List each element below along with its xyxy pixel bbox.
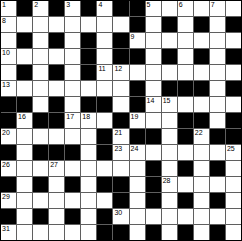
cell-r6-c13[interactable]: [210, 97, 225, 112]
black-cell-r8-c13: [210, 129, 225, 144]
clue-number-17: 17: [66, 113, 74, 121]
cell-r7-c6[interactable]: [97, 113, 112, 128]
black-cell-r14-c13: [210, 225, 225, 240]
cell-r11-c3[interactable]: [49, 177, 64, 192]
cell-r2-c6[interactable]: [97, 33, 112, 48]
cell-r3-c4[interactable]: [65, 49, 80, 64]
cell-r3-c3[interactable]: [49, 49, 64, 64]
black-cell-r9-c0: [1, 145, 16, 160]
cell-r0-c6[interactable]: 4: [97, 1, 112, 16]
cell-r2-c0[interactable]: [1, 33, 16, 48]
cell-r1-c7[interactable]: [113, 17, 128, 32]
black-cell-r7-c11: [178, 113, 193, 128]
black-cell-r12-c7: [113, 193, 128, 208]
cell-r2-c2[interactable]: [33, 33, 48, 48]
cell-r3-c6[interactable]: [97, 49, 112, 64]
cell-r10-c12[interactable]: [194, 161, 209, 176]
black-cell-r2-c7: [113, 33, 128, 48]
black-cell-r6-c5: [81, 97, 96, 112]
cell-r14-c14[interactable]: [226, 225, 241, 240]
cell-r9-c14[interactable]: 25: [226, 145, 241, 160]
cell-r5-c13[interactable]: [210, 81, 225, 96]
cell-r9-c5[interactable]: [81, 145, 96, 160]
cell-r8-c3[interactable]: [49, 129, 64, 144]
clue-number-6: 6: [179, 1, 183, 9]
cell-r9-c12[interactable]: [194, 145, 209, 160]
cell-r14-c1[interactable]: [17, 225, 32, 240]
cell-r13-c7[interactable]: 30: [113, 209, 128, 224]
cell-r6-c9[interactable]: 14: [146, 97, 161, 112]
cell-r12-c12[interactable]: [194, 193, 209, 208]
cell-r6-c10[interactable]: 15: [162, 97, 177, 112]
black-cell-r13-c0: [1, 209, 16, 224]
cell-r13-c1[interactable]: [17, 209, 32, 224]
cell-r12-c1[interactable]: [17, 193, 32, 208]
cell-r9-c13[interactable]: [210, 145, 225, 160]
cell-r4-c11[interactable]: [178, 65, 193, 80]
clue-number-3: 3: [66, 1, 70, 9]
cell-r13-c14[interactable]: [226, 209, 241, 224]
clue-number-16: 16: [18, 113, 26, 121]
black-cell-r5-c10: [162, 81, 177, 96]
cell-r8-c12[interactable]: 22: [194, 129, 209, 144]
clue-number-19: 19: [131, 113, 139, 121]
black-cell-r10-c13: [210, 161, 225, 176]
black-cell-r3-c7: [113, 49, 128, 64]
clue-number-25: 25: [227, 145, 235, 153]
black-cell-r14-c6: [97, 225, 112, 240]
black-cell-r13-c4: [65, 209, 80, 224]
cell-r9-c9[interactable]: [146, 145, 161, 160]
black-cell-r9-c6: [97, 145, 112, 160]
cell-r9-c8[interactable]: 24: [130, 145, 145, 160]
clue-number-24: 24: [131, 145, 139, 153]
cell-r12-c6[interactable]: [97, 193, 112, 208]
cell-r1-c6[interactable]: [97, 17, 112, 32]
cell-r11-c11[interactable]: [178, 177, 193, 192]
cell-r14-c10[interactable]: [162, 225, 177, 240]
black-cell-r5-c11: [178, 81, 193, 96]
black-cell-r8-c6: [97, 129, 112, 144]
cell-r8-c0[interactable]: 20: [1, 129, 16, 144]
black-cell-r5-c8: [130, 81, 145, 96]
black-cell-r7-c3: [49, 113, 64, 128]
black-cell-r2-c5: [81, 33, 96, 48]
cell-r7-c5[interactable]: 18: [81, 113, 96, 128]
cell-r13-c8[interactable]: [130, 209, 145, 224]
cell-r14-c0[interactable]: 31: [1, 225, 16, 240]
cell-r13-c10[interactable]: [162, 209, 177, 224]
black-cell-r3-c5: [81, 49, 96, 64]
black-cell-r0-c5: [81, 1, 96, 16]
clue-number-22: 22: [195, 129, 203, 137]
clue-number-12: 12: [114, 65, 122, 73]
black-cell-r11-c2: [33, 177, 48, 192]
cell-r1-c13[interactable]: [210, 17, 225, 32]
cell-r13-c12[interactable]: [194, 209, 209, 224]
cell-r9-c1[interactable]: [17, 145, 32, 160]
cell-r2-c14[interactable]: [226, 33, 241, 48]
black-cell-r11-c6: [97, 177, 112, 192]
cell-r0-c10[interactable]: [162, 1, 177, 16]
cell-r4-c7[interactable]: 12: [113, 65, 128, 80]
black-cell-r0-c7: [113, 1, 128, 16]
black-cell-r4-c3: [49, 65, 64, 80]
cell-r11-c5[interactable]: [81, 177, 96, 192]
cell-r13-c11[interactable]: [178, 209, 193, 224]
black-cell-r4-c5: [81, 65, 96, 80]
clue-number-20: 20: [2, 129, 10, 137]
cell-r11-c10[interactable]: 28: [162, 177, 177, 192]
cell-r0-c9[interactable]: 5: [146, 1, 161, 16]
cell-r4-c2[interactable]: [33, 65, 48, 80]
clue-number-28: 28: [163, 177, 171, 185]
cell-r2-c13[interactable]: [210, 33, 225, 48]
black-cell-r0-c1: [17, 1, 32, 16]
black-cell-r12-c13: [210, 193, 225, 208]
black-cell-r9-c4: [65, 145, 80, 160]
cell-r8-c7[interactable]: 21: [113, 129, 128, 144]
black-cell-r8-c8: [130, 129, 145, 144]
cell-r6-c12[interactable]: [194, 97, 209, 112]
black-cell-r14-c11: [178, 225, 193, 240]
cell-r11-c13[interactable]: [210, 177, 225, 192]
clue-number-23: 23: [114, 145, 122, 153]
black-cell-r8-c9: [146, 129, 161, 144]
cell-r10-c3[interactable]: 27: [49, 161, 64, 176]
black-cell-r6-c6: [97, 97, 112, 112]
cell-r13-c13[interactable]: [210, 209, 225, 224]
clue-number-7: 7: [211, 1, 215, 9]
cell-r5-c6[interactable]: [97, 81, 112, 96]
black-cell-r0-c8: [130, 1, 145, 16]
cell-r5-c7[interactable]: [113, 81, 128, 96]
black-cell-r4-c1: [17, 65, 32, 80]
cell-r8-c1[interactable]: [17, 129, 32, 144]
cell-r3-c11[interactable]: [178, 49, 193, 64]
black-cell-r10-c11: [178, 161, 193, 176]
black-cell-r7-c12: [194, 113, 209, 128]
cell-r8-c10[interactable]: [162, 129, 177, 144]
clue-number-21: 21: [114, 129, 122, 137]
cell-r3-c1[interactable]: [17, 49, 32, 64]
cell-r4-c12[interactable]: [194, 65, 209, 80]
black-cell-r11-c4: [65, 177, 80, 192]
clue-number-10: 10: [2, 49, 10, 57]
cell-r9-c11[interactable]: [178, 145, 193, 160]
cell-r1-c9[interactable]: [146, 17, 161, 32]
black-cell-r1-c10: [162, 17, 177, 32]
cell-r14-c5[interactable]: [81, 225, 96, 240]
cell-r1-c11[interactable]: [178, 17, 193, 32]
cell-r1-c1[interactable]: [17, 17, 32, 32]
cell-r13-c3[interactable]: [49, 209, 64, 224]
cell-r12-c4[interactable]: [65, 193, 80, 208]
cell-r12-c3[interactable]: [49, 193, 64, 208]
cell-r1-c5[interactable]: [81, 17, 96, 32]
cell-r2-c9[interactable]: [146, 33, 161, 48]
clue-number-27: 27: [50, 161, 58, 169]
cell-r10-c0[interactable]: 26: [1, 161, 16, 176]
cell-r6-c2[interactable]: [33, 97, 48, 112]
clue-number-9: 9: [131, 33, 135, 41]
cell-r11-c8[interactable]: [130, 177, 145, 192]
clue-number-13: 13: [2, 81, 10, 89]
black-cell-r0-c3: [49, 1, 64, 16]
clue-number-15: 15: [163, 97, 171, 105]
clue-number-14: 14: [147, 97, 155, 105]
black-cell-r14-c7: [113, 225, 128, 240]
cell-r6-c11[interactable]: [178, 97, 193, 112]
cell-r11-c1[interactable]: [17, 177, 32, 192]
cell-r10-c5[interactable]: [81, 161, 96, 176]
cell-r2-c4[interactable]: [65, 33, 80, 48]
cell-r4-c9[interactable]: [146, 65, 161, 80]
cell-r10-c14[interactable]: [226, 161, 241, 176]
clue-number-2: 2: [34, 1, 38, 9]
cell-r1-c4[interactable]: [65, 17, 80, 32]
black-cell-r11-c9: [146, 177, 161, 192]
cell-r2-c8[interactable]: 9: [130, 33, 145, 48]
cell-r10-c8[interactable]: [130, 161, 145, 176]
cell-r6-c7[interactable]: [113, 97, 128, 112]
cell-r5-c9[interactable]: [146, 81, 161, 96]
black-cell-r7-c14: [226, 113, 241, 128]
black-cell-r6-c3: [49, 97, 64, 112]
cell-r7-c9[interactable]: [146, 113, 161, 128]
cell-r5-c1[interactable]: [17, 81, 32, 96]
cell-r5-c2[interactable]: [33, 81, 48, 96]
black-cell-r8-c14: [226, 129, 241, 144]
cell-r10-c10[interactable]: [162, 161, 177, 176]
cell-r12-c14[interactable]: [226, 193, 241, 208]
black-cell-r8-c11: [178, 129, 193, 144]
cell-r2-c11[interactable]: [178, 33, 193, 48]
cell-r4-c13[interactable]: [210, 65, 225, 80]
cell-r7-c13[interactable]: [210, 113, 225, 128]
cell-r14-c2[interactable]: [33, 225, 48, 240]
cell-r10-c2[interactable]: [33, 161, 48, 176]
cell-r5-c3[interactable]: [49, 81, 64, 96]
black-cell-r2-c1: [17, 33, 32, 48]
cell-r2-c10[interactable]: [162, 33, 177, 48]
clue-number-8: 8: [2, 17, 6, 25]
cell-r3-c0[interactable]: 10: [1, 49, 16, 64]
cell-r12-c5[interactable]: [81, 193, 96, 208]
clue-number-1: 1: [2, 1, 6, 9]
black-cell-r3-c10: [162, 49, 177, 64]
cell-r4-c8[interactable]: [130, 65, 145, 80]
cell-r14-c4[interactable]: [65, 225, 80, 240]
cell-r5-c0[interactable]: 13: [1, 81, 16, 96]
black-cell-r3-c12: [194, 49, 209, 64]
cell-r3-c2[interactable]: [33, 49, 48, 64]
cell-r4-c10[interactable]: [162, 65, 177, 80]
cell-r0-c12[interactable]: [194, 1, 209, 16]
cell-r13-c5[interactable]: [81, 209, 96, 224]
black-cell-r7-c2: [33, 113, 48, 128]
cell-r14-c3[interactable]: [49, 225, 64, 240]
clue-number-5: 5: [147, 1, 151, 9]
cell-r12-c2[interactable]: [33, 193, 48, 208]
black-cell-r9-c2: [33, 145, 48, 160]
cell-r4-c4[interactable]: [65, 65, 80, 80]
black-cell-r1-c8: [130, 17, 145, 32]
cell-r14-c12[interactable]: [194, 225, 209, 240]
black-cell-r14-c9: [146, 225, 161, 240]
cell-r4-c0[interactable]: [1, 65, 16, 80]
cell-r6-c4[interactable]: [65, 97, 80, 112]
cell-r12-c0[interactable]: 29: [1, 193, 16, 208]
cell-r11-c12[interactable]: [194, 177, 209, 192]
cell-r10-c7[interactable]: [113, 161, 128, 176]
black-cell-r13-c2: [33, 209, 48, 224]
cell-r12-c8[interactable]: [130, 193, 145, 208]
cell-r9-c10[interactable]: [162, 145, 177, 160]
cell-r1-c2[interactable]: [33, 17, 48, 32]
clue-number-4: 4: [98, 1, 102, 9]
cell-r0-c11[interactable]: 6: [178, 1, 193, 16]
black-cell-r6-c0: [1, 97, 16, 112]
cell-r10-c1[interactable]: [17, 161, 32, 176]
cell-r13-c9[interactable]: [146, 209, 161, 224]
black-cell-r6-c8: [130, 97, 145, 112]
cell-r7-c10[interactable]: [162, 113, 177, 128]
cell-r0-c4[interactable]: 3: [65, 1, 80, 16]
cell-r7-c4[interactable]: 17: [65, 113, 80, 128]
cell-r0-c0[interactable]: 1: [1, 1, 16, 16]
crossword-grid: 1234567891011121314151617181920212223242…: [0, 0, 242, 241]
black-cell-r11-c7: [113, 177, 128, 192]
cell-r0-c2[interactable]: 2: [33, 1, 48, 16]
black-cell-r9-c3: [49, 145, 64, 160]
cell-r8-c4[interactable]: [65, 129, 80, 144]
cell-r2-c12[interactable]: [194, 33, 209, 48]
black-cell-r10-c9: [146, 161, 161, 176]
cell-r3-c9[interactable]: [146, 49, 161, 64]
cell-r10-c6[interactable]: [97, 161, 112, 176]
black-cell-r1-c14: [226, 17, 241, 32]
black-cell-r12-c11: [178, 193, 193, 208]
cell-r12-c10[interactable]: [162, 193, 177, 208]
black-cell-r2-c3: [49, 33, 64, 48]
cell-r10-c4[interactable]: [65, 161, 80, 176]
cell-r1-c3[interactable]: [49, 17, 64, 32]
cell-r8-c5[interactable]: [81, 129, 96, 144]
clue-number-29: 29: [2, 193, 10, 201]
cell-r0-c14[interactable]: [226, 1, 241, 16]
clue-number-31: 31: [2, 225, 10, 233]
cell-r14-c8[interactable]: [130, 225, 145, 240]
black-cell-r12-c9: [146, 193, 161, 208]
cell-r9-c7[interactable]: 23: [113, 145, 128, 160]
clue-number-30: 30: [114, 209, 122, 217]
black-cell-r7-c7: [113, 113, 128, 128]
clue-number-11: 11: [98, 65, 105, 73]
cell-r8-c2[interactable]: [33, 129, 48, 144]
cell-r3-c13[interactable]: [210, 49, 225, 64]
cell-r5-c4[interactable]: [65, 81, 80, 96]
cell-r11-c14[interactable]: [226, 177, 241, 192]
black-cell-r5-c12: [194, 81, 209, 96]
cell-r1-c0[interactable]: 8: [1, 17, 16, 32]
cell-r6-c14[interactable]: [226, 97, 241, 112]
cell-r4-c6[interactable]: 11: [97, 65, 112, 80]
black-cell-r13-c6: [97, 209, 112, 224]
cell-r0-c13[interactable]: 7: [210, 1, 225, 16]
cell-r7-c1[interactable]: 16: [17, 113, 32, 128]
black-cell-r6-c1: [17, 97, 32, 112]
black-cell-r7-c0: [1, 113, 16, 128]
cell-r5-c5[interactable]: [81, 81, 96, 96]
black-cell-r1-c12: [194, 17, 209, 32]
clue-number-26: 26: [2, 161, 10, 169]
black-cell-r11-c0: [1, 177, 16, 192]
black-cell-r3-c8: [130, 49, 145, 64]
clue-number-18: 18: [82, 113, 90, 121]
cell-r7-c8[interactable]: 19: [130, 113, 145, 128]
black-cell-r3-c14: [226, 49, 241, 64]
cell-r4-c14[interactable]: [226, 65, 241, 80]
black-cell-r5-c14: [226, 81, 241, 96]
